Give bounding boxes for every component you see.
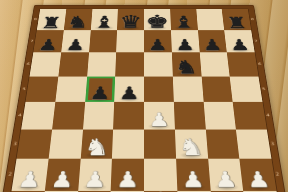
square-g2[interactable]: ♟ bbox=[208, 159, 244, 191]
square-a6[interactable] bbox=[30, 52, 61, 76]
square-g3[interactable] bbox=[205, 129, 239, 158]
square-f4[interactable] bbox=[174, 102, 206, 129]
square-b5[interactable] bbox=[55, 76, 87, 102]
square-e6[interactable] bbox=[144, 52, 173, 76]
square-d4[interactable] bbox=[113, 102, 144, 129]
white-pawn[interactable]: ♟ bbox=[181, 170, 205, 189]
square-a8[interactable]: ♜ bbox=[37, 9, 66, 30]
square-d3[interactable] bbox=[112, 129, 144, 158]
black-pawn[interactable]: ♟ bbox=[202, 38, 222, 52]
white-pawn[interactable]: ♟ bbox=[246, 170, 271, 189]
square-b2[interactable]: ♟ bbox=[45, 159, 81, 191]
square-d5[interactable]: ♟ bbox=[114, 76, 144, 102]
square-f2[interactable]: ♟ bbox=[176, 159, 210, 191]
square-d8[interactable]: ♛ bbox=[117, 9, 144, 30]
square-h7[interactable]: ♟ bbox=[224, 30, 254, 52]
chess-board: 87654321 87654321 ♜♞♝♛♚♝♜♟♟♟♟♟♟♞♟♟♟♞♞♟♟♟… bbox=[0, 5, 288, 192]
square-h2[interactable]: ♟ bbox=[240, 159, 277, 191]
square-c5[interactable]: ♟ bbox=[85, 76, 116, 102]
square-c4[interactable] bbox=[83, 102, 115, 129]
square-b3[interactable] bbox=[48, 129, 82, 158]
square-f3[interactable]: ♞ bbox=[175, 129, 208, 158]
square-c6[interactable] bbox=[87, 52, 117, 76]
square-d1[interactable]: ♛ bbox=[110, 190, 144, 192]
square-d2[interactable]: ♟ bbox=[111, 159, 144, 191]
black-pawn[interactable]: ♟ bbox=[175, 38, 195, 52]
black-king[interactable]: ♚ bbox=[146, 14, 170, 30]
square-f1[interactable]: ♝ bbox=[177, 190, 213, 192]
square-e1[interactable]: ♚ bbox=[144, 190, 178, 192]
black-bishop[interactable]: ♝ bbox=[173, 15, 195, 30]
white-pawn[interactable]: ♟ bbox=[17, 170, 42, 189]
square-h3[interactable] bbox=[236, 129, 271, 158]
square-f8[interactable]: ♝ bbox=[170, 9, 198, 30]
square-g6[interactable] bbox=[199, 52, 229, 76]
wooden-table-background: 87654321 87654321 ♜♞♝♛♚♝♜♟♟♟♟♟♟♞♟♟♟♞♞♟♟♟… bbox=[0, 0, 288, 192]
square-g5[interactable] bbox=[201, 76, 233, 102]
black-pawn[interactable]: ♟ bbox=[229, 38, 250, 52]
white-pawn[interactable]: ♟ bbox=[149, 112, 170, 129]
square-c2[interactable]: ♟ bbox=[78, 159, 112, 191]
white-pawn[interactable]: ♟ bbox=[214, 170, 239, 189]
square-b6[interactable] bbox=[58, 52, 88, 76]
white-knight[interactable]: ♞ bbox=[178, 137, 204, 157]
square-e5[interactable] bbox=[144, 76, 174, 102]
square-a7[interactable]: ♟ bbox=[33, 30, 63, 52]
square-c1[interactable]: ♝ bbox=[75, 190, 111, 192]
square-h5[interactable] bbox=[230, 76, 263, 102]
square-g7[interactable]: ♟ bbox=[198, 30, 227, 52]
rank-label: 1 bbox=[276, 190, 288, 192]
square-h4[interactable] bbox=[233, 102, 267, 129]
rank-label: 1 bbox=[0, 190, 12, 192]
square-g8[interactable] bbox=[196, 9, 224, 30]
chess-board-grid: ♜♞♝♛♚♝♜♟♟♟♟♟♟♞♟♟♟♞♞♟♟♟♟♟♟♟♜♝♛♚♝♜ bbox=[6, 9, 282, 192]
black-pawn[interactable]: ♟ bbox=[38, 38, 59, 52]
square-a2[interactable]: ♟ bbox=[12, 159, 49, 191]
square-a5[interactable] bbox=[26, 76, 59, 102]
black-rook[interactable]: ♜ bbox=[226, 15, 248, 29]
square-d7[interactable] bbox=[116, 30, 144, 52]
black-bishop[interactable]: ♝ bbox=[93, 15, 115, 30]
square-b4[interactable] bbox=[52, 102, 85, 129]
black-pawn[interactable]: ♟ bbox=[148, 38, 167, 52]
black-pawn[interactable]: ♟ bbox=[89, 86, 110, 102]
square-b8[interactable]: ♞ bbox=[64, 9, 92, 30]
black-knight[interactable]: ♞ bbox=[66, 15, 89, 30]
square-e7[interactable]: ♟ bbox=[144, 30, 172, 52]
square-e8[interactable]: ♚ bbox=[144, 9, 171, 30]
black-pawn[interactable]: ♟ bbox=[119, 86, 140, 102]
square-e3[interactable] bbox=[144, 129, 176, 158]
white-knight[interactable]: ♞ bbox=[84, 137, 110, 157]
white-king[interactable]: ♚ bbox=[146, 190, 176, 192]
square-e4[interactable]: ♟ bbox=[144, 102, 175, 129]
white-pawn[interactable]: ♟ bbox=[83, 170, 107, 189]
square-b7[interactable]: ♟ bbox=[61, 30, 90, 52]
black-knight[interactable]: ♞ bbox=[175, 59, 199, 76]
black-rook[interactable]: ♜ bbox=[40, 15, 62, 29]
square-f7[interactable]: ♟ bbox=[171, 30, 200, 52]
square-c7[interactable] bbox=[89, 30, 118, 52]
black-queen[interactable]: ♛ bbox=[119, 14, 142, 29]
square-f5[interactable] bbox=[173, 76, 204, 102]
white-queen[interactable]: ♛ bbox=[112, 191, 141, 192]
white-pawn[interactable]: ♟ bbox=[50, 170, 75, 189]
square-g4[interactable] bbox=[203, 102, 236, 129]
square-c3[interactable]: ♞ bbox=[80, 129, 113, 158]
black-pawn[interactable]: ♟ bbox=[65, 38, 85, 52]
square-a1[interactable]: ♜ bbox=[6, 190, 45, 192]
square-h8[interactable]: ♜ bbox=[222, 9, 251, 30]
square-f6[interactable]: ♞ bbox=[172, 52, 202, 76]
square-d6[interactable] bbox=[115, 52, 144, 76]
square-a3[interactable] bbox=[17, 129, 52, 158]
square-a4[interactable] bbox=[21, 102, 55, 129]
square-h6[interactable] bbox=[227, 52, 258, 76]
square-c8[interactable]: ♝ bbox=[90, 9, 118, 30]
